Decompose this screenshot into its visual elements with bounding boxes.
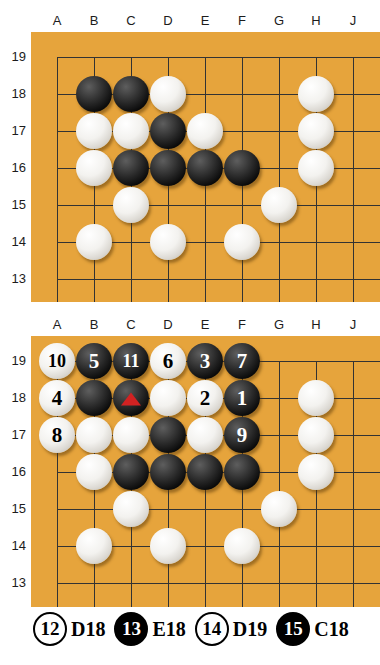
row-label-16: 16: [0, 464, 26, 479]
stone-C16: [113, 150, 149, 186]
column-label-F: F: [228, 13, 256, 28]
stone-B18: [76, 380, 112, 416]
caption-coord-C18: C18: [314, 618, 348, 641]
column-label-G: G: [265, 317, 293, 332]
stone-number: 8: [52, 423, 63, 448]
stone-E17: [187, 113, 223, 149]
column-label-C: C: [117, 317, 145, 332]
column-label-H: H: [302, 317, 330, 332]
stone-F16: [224, 454, 260, 490]
grid-line-row-15: [57, 205, 380, 206]
row-label-16: 16: [0, 160, 26, 175]
grid-line-row-13: [57, 583, 380, 584]
row-label-19: 19: [0, 49, 26, 64]
stone-E17: [187, 417, 223, 453]
row-label-13: 13: [0, 271, 26, 286]
row-label-17: 17: [0, 427, 26, 442]
caption-move-14: 14D19: [195, 612, 267, 646]
stone-B17: [76, 417, 112, 453]
stone-F19: 7: [224, 343, 260, 379]
column-label-J: J: [339, 13, 367, 28]
stone-H17: [298, 113, 334, 149]
caption-coord-E18: E18: [152, 618, 185, 641]
stone-H18: [298, 76, 334, 112]
row-label-13: 13: [0, 575, 26, 590]
stone-D14: [150, 224, 186, 260]
caption-coord-D19: D19: [233, 618, 267, 641]
stone-number: 3: [200, 349, 211, 374]
row-label-19: 19: [0, 353, 26, 368]
row-label-18: 18: [0, 390, 26, 405]
stone-G15: [261, 187, 297, 223]
go-problem-page: ABCDEFGHJ19181716151413 ABCDEFGHJ1918171…: [0, 0, 380, 665]
diagram-2: ABCDEFGHJ191817161514131051163742189: [0, 304, 380, 607]
stone-A18: 4: [39, 380, 75, 416]
column-label-D: D: [154, 13, 182, 28]
stone-H16: [298, 454, 334, 490]
grid-line-row-19: [57, 57, 380, 58]
column-label-G: G: [265, 13, 293, 28]
stone-H16: [298, 150, 334, 186]
stone-A19: 10: [39, 343, 75, 379]
stone-C17: [113, 417, 149, 453]
column-label-D: D: [154, 317, 182, 332]
stone-B18: [76, 76, 112, 112]
stone-C18: [113, 380, 149, 416]
stone-E18: 2: [187, 380, 223, 416]
row-label-14: 14: [0, 234, 26, 249]
grid-line-row-13: [57, 279, 380, 280]
stone-F14: [224, 224, 260, 260]
stone-B16: [76, 150, 112, 186]
stone-C18: [113, 76, 149, 112]
stone-number: 2: [200, 386, 211, 411]
stone-C15: [113, 491, 149, 527]
caption-coord-D18: D18: [71, 618, 105, 641]
row-label-15: 15: [0, 501, 26, 516]
stone-H18: [298, 380, 334, 416]
diagram-1: ABCDEFGHJ19181716151413: [0, 0, 380, 302]
row-label-18: 18: [0, 86, 26, 101]
stone-B14: [76, 528, 112, 564]
stone-F16: [224, 150, 260, 186]
caption-move-12: 12D18: [33, 612, 105, 646]
stone-D17: [150, 417, 186, 453]
stone-A17: 8: [39, 417, 75, 453]
stone-B14: [76, 224, 112, 260]
grid-line-row-15: [57, 509, 380, 510]
stone-number: 6: [163, 349, 174, 374]
stone-D18: [150, 380, 186, 416]
stone-D19: 6: [150, 343, 186, 379]
stone-H17: [298, 417, 334, 453]
column-label-F: F: [228, 317, 256, 332]
caption-stone-12: 12: [33, 612, 67, 646]
stone-D17: [150, 113, 186, 149]
goban-diagram1: [31, 32, 380, 302]
stone-number: 5: [89, 349, 100, 374]
caption-move-15: 15C18: [276, 612, 348, 646]
stone-D14: [150, 528, 186, 564]
stone-D16: [150, 454, 186, 490]
stone-number: 4: [52, 386, 63, 411]
stone-E16: [187, 150, 223, 186]
stone-B17: [76, 113, 112, 149]
row-label-15: 15: [0, 197, 26, 212]
stone-number: 10: [48, 351, 66, 372]
move-list-caption: 12D1813E1814D1915C18: [33, 611, 349, 647]
column-label-J: J: [339, 317, 367, 332]
column-label-B: B: [80, 13, 108, 28]
goban-diagram2: 1051163742189: [31, 336, 380, 607]
column-label-A: A: [43, 13, 71, 28]
stone-E19: 3: [187, 343, 223, 379]
column-label-B: B: [80, 317, 108, 332]
caption-stone-13: 13: [114, 612, 148, 646]
stone-E16: [187, 454, 223, 490]
row-label-17: 17: [0, 123, 26, 138]
stone-C15: [113, 187, 149, 223]
column-label-C: C: [117, 13, 145, 28]
stone-F14: [224, 528, 260, 564]
stone-D16: [150, 150, 186, 186]
stone-number: 7: [237, 349, 248, 374]
stone-number: 9: [237, 423, 248, 448]
stone-C19: 11: [113, 343, 149, 379]
column-label-A: A: [43, 317, 71, 332]
stone-C17: [113, 113, 149, 149]
caption-stone-15: 15: [276, 612, 310, 646]
stone-F17: 9: [224, 417, 260, 453]
column-label-E: E: [191, 317, 219, 332]
column-label-H: H: [302, 13, 330, 28]
caption-stone-14: 14: [195, 612, 229, 646]
stone-B19: 5: [76, 343, 112, 379]
stone-C16: [113, 454, 149, 490]
stone-F18: 1: [224, 380, 260, 416]
stone-number: 1: [237, 386, 248, 411]
triangle-marker: [121, 393, 141, 406]
stone-B16: [76, 454, 112, 490]
stone-D18: [150, 76, 186, 112]
caption-move-13: 13E18: [114, 612, 185, 646]
stone-number: 11: [122, 351, 139, 372]
column-label-E: E: [191, 13, 219, 28]
row-label-14: 14: [0, 538, 26, 553]
stone-G15: [261, 491, 297, 527]
